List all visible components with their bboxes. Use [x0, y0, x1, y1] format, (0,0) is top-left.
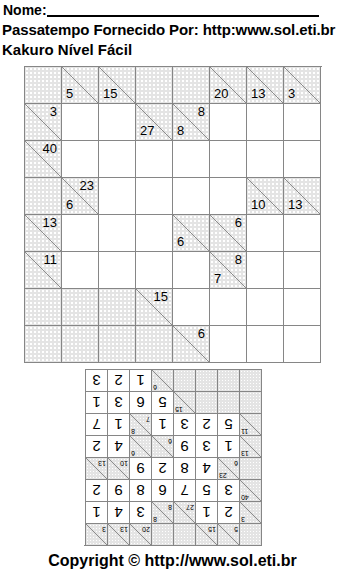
blocked-cell: [62, 326, 99, 363]
entry-cell[interactable]: [284, 215, 321, 252]
solution-cell: 3: [129, 501, 151, 523]
entry-cell[interactable]: [284, 141, 321, 178]
across-clue: 8: [198, 105, 205, 118]
down-clue: 7: [146, 415, 150, 423]
blocked-cell: [239, 457, 261, 479]
entry-cell[interactable]: [284, 289, 321, 326]
down-clue: 27: [140, 124, 154, 137]
entry-cell[interactable]: [99, 104, 136, 141]
entry-cell[interactable]: [99, 141, 136, 178]
entry-cell[interactable]: [99, 178, 136, 215]
entry-cell[interactable]: [247, 289, 284, 326]
clue-cell: 13: [239, 435, 261, 457]
down-clue: 3: [102, 525, 106, 533]
down-clue: 27: [186, 503, 194, 511]
solution-cell: 5: [217, 413, 239, 435]
entry-cell[interactable]: [173, 289, 210, 326]
clue-cell: 20: [210, 67, 247, 104]
across-clue: 11: [241, 427, 248, 435]
blocked-cell: [195, 391, 217, 413]
entry-cell[interactable]: [284, 252, 321, 289]
clue-cell: 6: [173, 326, 210, 363]
solution-cell: 3: [85, 369, 107, 391]
blocked-cell: [173, 523, 195, 545]
clue-cell: 13: [85, 457, 107, 479]
solution-cell: 3: [195, 435, 217, 457]
across-clue: 11: [44, 253, 58, 266]
solution-cell: 2: [85, 479, 107, 501]
clue-cell: 40: [239, 479, 261, 501]
across-clue: 6: [198, 327, 205, 340]
clue-cell: 3: [239, 501, 261, 523]
solution-board-rotated: 5152013332127883414035768922364829101313…: [84, 369, 262, 546]
down-clue: 10: [251, 198, 265, 211]
clue-cell: 6: [173, 215, 210, 252]
entry-cell[interactable]: [62, 252, 99, 289]
across-clue: 8: [153, 515, 157, 523]
solution-cell: 1: [195, 501, 217, 523]
clue-cell: 236: [62, 178, 99, 215]
clue-cell: 15: [173, 391, 195, 413]
down-clue: 13: [98, 459, 106, 467]
clue-cell: 10: [107, 457, 129, 479]
copyright-text: Copyright © http://www.sol.eti.br: [0, 552, 345, 570]
solution-cell: 1: [107, 413, 129, 435]
clue-cell: 3: [85, 523, 107, 545]
entry-cell[interactable]: [247, 141, 284, 178]
entry-cell[interactable]: [284, 104, 321, 141]
solution-cell: 2: [151, 457, 173, 479]
clue-cell: 15: [99, 67, 136, 104]
clue-cell: 236: [217, 457, 239, 479]
blocked-cell: [62, 289, 99, 326]
blocked-cell: [217, 369, 239, 391]
clue-cell: 88: [151, 501, 173, 523]
clue-cell: 15: [195, 523, 217, 545]
blocked-cell: [99, 289, 136, 326]
blocked-cell: [25, 67, 62, 104]
blocked-cell: [25, 178, 62, 215]
solution-cell: 8: [129, 479, 151, 501]
clue-cell: 87: [129, 413, 151, 435]
across-clue: 3: [241, 515, 245, 523]
entry-cell[interactable]: [247, 252, 284, 289]
clue-cell: 3: [25, 104, 62, 141]
solution-cell: 2: [217, 501, 239, 523]
solution-cell: 7: [173, 479, 195, 501]
clue-cell: 5: [217, 523, 239, 545]
down-clue: 20: [142, 525, 150, 533]
clue-cell: 13: [247, 67, 284, 104]
name-fill-line: [47, 5, 319, 17]
down-clue: 5: [234, 525, 238, 533]
entry-cell[interactable]: [210, 289, 247, 326]
solution-cell: 4: [195, 457, 217, 479]
blocked-cell: [239, 523, 261, 545]
down-clue: 6: [168, 437, 172, 445]
down-clue: 15: [208, 525, 216, 533]
entry-cell[interactable]: [247, 104, 284, 141]
down-clue: 3: [288, 87, 295, 100]
name-row: Nome:: [3, 2, 319, 17]
down-clue: 8: [168, 503, 172, 511]
across-clue: 8: [235, 253, 242, 266]
blocked-cell: [151, 523, 173, 545]
provider-banner: Passatempo Fornecido Por: http:www.sol.e…: [2, 21, 345, 38]
clue-cell: 3: [284, 67, 321, 104]
entry-cell[interactable]: [284, 326, 321, 363]
clue-cell: 87: [210, 252, 247, 289]
clue-cell: 13: [284, 178, 321, 215]
across-clue: 13: [43, 216, 57, 229]
solution-cell: 8: [173, 457, 195, 479]
solution-cell: 2: [85, 435, 107, 457]
across-clue: 8: [131, 427, 135, 435]
clue-cell: 6: [129, 435, 151, 457]
solution-cell: 9: [129, 457, 151, 479]
across-clue: 23: [219, 471, 227, 479]
entry-cell[interactable]: [210, 104, 247, 141]
solution-cell: 3: [217, 479, 239, 501]
entry-cell[interactable]: [136, 141, 173, 178]
across-clue: 40: [43, 142, 57, 155]
across-clue: 40: [241, 493, 249, 501]
across-clue: 23: [80, 179, 94, 192]
down-clue: 6: [66, 198, 73, 211]
entry-cell[interactable]: [136, 178, 173, 215]
blocked-cell: [217, 391, 239, 413]
solution-cell: 7: [85, 413, 107, 435]
clue-cell: 6: [151, 369, 173, 391]
solution-cell: 2: [107, 369, 129, 391]
blocked-cell: [136, 67, 173, 104]
solution-cell: 4: [107, 501, 129, 523]
down-clue: 20: [214, 87, 228, 100]
clue-cell: 6: [151, 435, 173, 457]
kakuro-board: 515201333278840236101313661187156: [24, 66, 322, 363]
solution-cell: 5: [195, 479, 217, 501]
across-clue: 15: [154, 290, 168, 303]
solution-cell: 2: [195, 413, 217, 435]
clue-cell: 11: [239, 413, 261, 435]
entry-cell[interactable]: [173, 178, 210, 215]
solution-cell: 3: [173, 413, 195, 435]
clue-cell: 13: [107, 523, 129, 545]
solution-cell: 1: [85, 501, 107, 523]
clue-cell: 20: [129, 523, 151, 545]
clue-cell: 88: [173, 104, 210, 141]
clue-cell: 5: [62, 67, 99, 104]
entry-cell[interactable]: [136, 215, 173, 252]
down-clue: 10: [120, 459, 128, 467]
down-clue: 15: [103, 87, 117, 100]
entry-cell[interactable]: [210, 326, 247, 363]
clue-cell: 40: [25, 141, 62, 178]
solution-cell: 1: [85, 391, 107, 413]
solution-cell: 9: [173, 435, 195, 457]
across-clue: 15: [175, 405, 183, 413]
entry-cell[interactable]: [247, 326, 284, 363]
blocked-cell: [239, 369, 261, 391]
clue-cell: 10: [247, 178, 284, 215]
blocked-cell: [173, 369, 195, 391]
entry-cell[interactable]: [62, 141, 99, 178]
down-clue: 13: [251, 87, 265, 100]
entry-cell[interactable]: [173, 141, 210, 178]
page-title: Kakuro Nível Fácil: [2, 41, 345, 58]
solution-cell: 1: [217, 435, 239, 457]
down-clue: 13: [288, 198, 302, 211]
entry-cell[interactable]: [62, 104, 99, 141]
clue-cell: 13: [25, 215, 62, 252]
across-clue: 6: [153, 383, 157, 391]
down-clue: 13: [120, 525, 128, 533]
solution-cell: 4: [107, 435, 129, 457]
down-clue: 7: [214, 272, 221, 285]
clue-cell: 15: [136, 289, 173, 326]
name-label: Nome:: [3, 3, 47, 17]
blocked-cell: [173, 67, 210, 104]
entry-cell[interactable]: [210, 178, 247, 215]
entry-cell[interactable]: [247, 215, 284, 252]
blocked-cell: [195, 369, 217, 391]
entry-cell[interactable]: [99, 252, 136, 289]
across-clue: 6: [131, 449, 135, 457]
solution-cell: 5: [151, 391, 173, 413]
solution-cell: 9: [107, 479, 129, 501]
solution-cell: 3: [107, 391, 129, 413]
down-clue: 8: [177, 124, 184, 137]
blocked-cell: [99, 326, 136, 363]
entry-cell[interactable]: [136, 252, 173, 289]
blocked-cell: [239, 391, 261, 413]
entry-cell[interactable]: [62, 215, 99, 252]
clue-cell: 6: [210, 215, 247, 252]
entry-cell[interactable]: [210, 141, 247, 178]
across-clue: 3: [50, 105, 57, 118]
blocked-cell: [25, 326, 62, 363]
kakuro-worksheet-page: Nome: Passatempo Fornecido Por: http:www…: [0, 0, 345, 572]
down-clue: 6: [177, 235, 184, 248]
solution-cell: 6: [129, 391, 151, 413]
down-clue: 6: [234, 459, 238, 467]
solution-cell: 6: [151, 479, 173, 501]
solution-cell: 1: [129, 369, 151, 391]
clue-cell: 27: [136, 104, 173, 141]
clue-cell: 27: [173, 501, 195, 523]
entry-cell[interactable]: [99, 215, 136, 252]
solution-cell: 1: [151, 413, 173, 435]
across-clue: 13: [241, 449, 249, 457]
entry-cell[interactable]: [173, 252, 210, 289]
clue-cell: 11: [25, 252, 62, 289]
down-clue: 5: [66, 87, 73, 100]
blocked-cell: [25, 289, 62, 326]
blocked-cell: [136, 326, 173, 363]
across-clue: 6: [235, 216, 242, 229]
